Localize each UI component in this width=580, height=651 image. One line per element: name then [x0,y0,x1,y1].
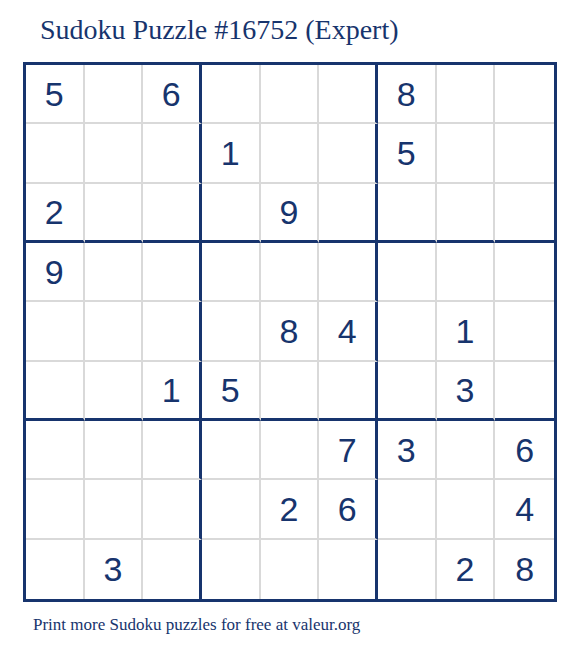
sudoku-cell-r4c1: 9 [26,243,85,302]
sudoku-cell-r8c4 [202,480,261,539]
sudoku-cell-r6c3: 1 [143,362,202,421]
page: Sudoku Puzzle #16752 (Expert) 5681529984… [0,0,580,651]
sudoku-cell-r1c3: 6 [143,65,202,124]
sudoku-cell-r1c5 [261,65,320,124]
sudoku-cell-r1c2 [85,65,144,124]
sudoku-cell-r1c1: 5 [26,65,85,124]
sudoku-cell-r2c4: 1 [202,124,261,183]
sudoku-board: 56815299841153736264328 [23,62,557,602]
sudoku-cell-r8c1 [26,480,85,539]
sudoku-cell-r4c3 [143,243,202,302]
sudoku-cell-r7c8 [437,421,496,480]
sudoku-cell-r3c7 [378,184,437,243]
sudoku-cell-r6c4: 5 [202,362,261,421]
sudoku-cell-r6c7 [378,362,437,421]
sudoku-cell-r7c2 [85,421,144,480]
sudoku-cell-r6c2 [85,362,144,421]
sudoku-cell-r8c3 [143,480,202,539]
sudoku-cell-r8c8 [437,480,496,539]
sudoku-cell-r1c9 [495,65,554,124]
sudoku-cell-r2c1 [26,124,85,183]
sudoku-cell-r6c1 [26,362,85,421]
sudoku-cell-r6c9 [495,362,554,421]
sudoku-cell-r8c7 [378,480,437,539]
sudoku-cell-r8c5: 2 [261,480,320,539]
sudoku-cell-r6c8: 3 [437,362,496,421]
puzzle-title: Sudoku Puzzle #16752 (Expert) [40,14,399,46]
sudoku-cell-r1c7: 8 [378,65,437,124]
sudoku-cell-r9c6 [319,540,378,599]
sudoku-cell-r4c5 [261,243,320,302]
sudoku-cell-r2c3 [143,124,202,183]
sudoku-cell-r2c6 [319,124,378,183]
sudoku-cell-r4c8 [437,243,496,302]
sudoku-cell-r6c5 [261,362,320,421]
sudoku-cell-r9c5 [261,540,320,599]
sudoku-cell-r1c6 [319,65,378,124]
sudoku-cell-r9c8: 2 [437,540,496,599]
sudoku-cell-r2c8 [437,124,496,183]
sudoku-cell-r7c4 [202,421,261,480]
sudoku-cell-r7c5 [261,421,320,480]
sudoku-cell-r2c9 [495,124,554,183]
footer-text: Print more Sudoku puzzles for free at va… [33,615,360,635]
sudoku-cell-r8c6: 6 [319,480,378,539]
sudoku-cell-r2c2 [85,124,144,183]
sudoku-cell-r3c8 [437,184,496,243]
sudoku-cell-r5c1 [26,302,85,361]
sudoku-cell-r3c2 [85,184,144,243]
sudoku-cell-r3c1: 2 [26,184,85,243]
sudoku-cell-r4c7 [378,243,437,302]
sudoku-cell-r7c7: 3 [378,421,437,480]
sudoku-cell-r5c6: 4 [319,302,378,361]
sudoku-cell-r9c3 [143,540,202,599]
sudoku-cell-r4c9 [495,243,554,302]
sudoku-cell-r4c6 [319,243,378,302]
sudoku-cell-r3c6 [319,184,378,243]
sudoku-cell-r7c6: 7 [319,421,378,480]
sudoku-cell-r7c9: 6 [495,421,554,480]
sudoku-cell-r9c7 [378,540,437,599]
sudoku-cell-r3c3 [143,184,202,243]
sudoku-cell-r3c4 [202,184,261,243]
sudoku-cell-r5c3 [143,302,202,361]
sudoku-cell-r3c9 [495,184,554,243]
sudoku-cell-r3c5: 9 [261,184,320,243]
sudoku-cell-r1c8 [437,65,496,124]
sudoku-cell-r8c2 [85,480,144,539]
sudoku-cell-r9c4 [202,540,261,599]
sudoku-cell-r7c1 [26,421,85,480]
sudoku-cell-r8c9: 4 [495,480,554,539]
sudoku-cell-r1c4 [202,65,261,124]
sudoku-cell-r2c7: 5 [378,124,437,183]
sudoku-cell-r9c2: 3 [85,540,144,599]
sudoku-cell-r5c9 [495,302,554,361]
sudoku-cell-r9c9: 8 [495,540,554,599]
sudoku-cell-r6c6 [319,362,378,421]
sudoku-cell-r5c2 [85,302,144,361]
sudoku-cell-r7c3 [143,421,202,480]
sudoku-cell-r5c4 [202,302,261,361]
sudoku-cell-r5c7 [378,302,437,361]
sudoku-cell-r4c2 [85,243,144,302]
sudoku-cell-r2c5 [261,124,320,183]
sudoku-cell-r9c1 [26,540,85,599]
sudoku-cell-r5c5: 8 [261,302,320,361]
sudoku-cell-r5c8: 1 [437,302,496,361]
sudoku-cell-r4c4 [202,243,261,302]
